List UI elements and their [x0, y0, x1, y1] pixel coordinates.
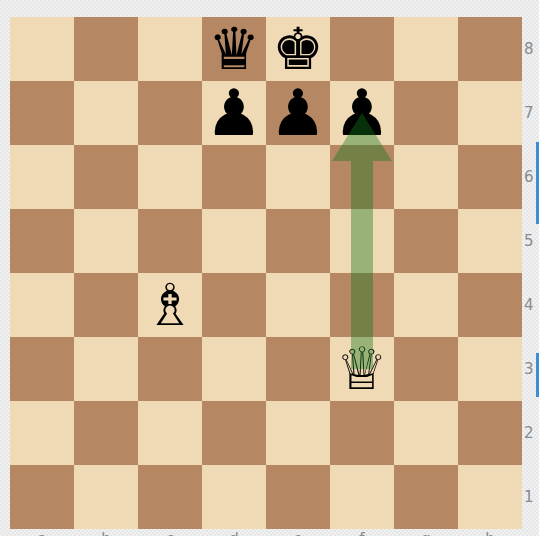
file-label-d: d	[229, 530, 239, 536]
piece-black-pawn-e7[interactable]: ♟	[266, 81, 330, 145]
square-f3[interactable]: ♕	[330, 337, 394, 401]
file-label-g: g	[421, 530, 431, 536]
file-label-b: b	[101, 530, 111, 536]
square-c6[interactable]	[138, 145, 202, 209]
square-a3[interactable]	[10, 337, 74, 401]
rank-label-7: 7	[524, 81, 538, 145]
square-e1[interactable]	[266, 465, 330, 529]
square-f7[interactable]: ♟	[330, 81, 394, 145]
square-g3[interactable]	[394, 337, 458, 401]
square-f4[interactable]	[330, 273, 394, 337]
square-a7[interactable]	[10, 81, 74, 145]
square-h1[interactable]	[458, 465, 522, 529]
square-e8[interactable]: ♚	[266, 17, 330, 81]
square-f2[interactable]	[330, 401, 394, 465]
square-e5[interactable]	[266, 209, 330, 273]
square-h8[interactable]	[458, 17, 522, 81]
file-label-h: h	[485, 530, 495, 536]
square-d1[interactable]	[202, 465, 266, 529]
square-c2[interactable]	[138, 401, 202, 465]
square-a1[interactable]	[10, 465, 74, 529]
square-g6[interactable]	[394, 145, 458, 209]
square-g1[interactable]	[394, 465, 458, 529]
square-f6[interactable]	[330, 145, 394, 209]
square-g4[interactable]	[394, 273, 458, 337]
square-c4[interactable]: ♗	[138, 273, 202, 337]
piece-white-queen-f3[interactable]: ♕	[330, 337, 394, 401]
piece-white-bishop-c4[interactable]: ♗	[138, 273, 202, 337]
square-b1[interactable]	[74, 465, 138, 529]
square-a5[interactable]	[10, 209, 74, 273]
square-g2[interactable]	[394, 401, 458, 465]
square-c8[interactable]	[138, 17, 202, 81]
square-b2[interactable]	[74, 401, 138, 465]
rank-label-1: 1	[524, 465, 538, 529]
square-a2[interactable]	[10, 401, 74, 465]
square-e2[interactable]	[266, 401, 330, 465]
square-c3[interactable]	[138, 337, 202, 401]
square-d7[interactable]: ♟	[202, 81, 266, 145]
square-e7[interactable]: ♟	[266, 81, 330, 145]
square-a8[interactable]	[10, 17, 74, 81]
rank-label-4: 4	[524, 273, 538, 337]
square-d5[interactable]	[202, 209, 266, 273]
square-b7[interactable]	[74, 81, 138, 145]
square-b3[interactable]	[74, 337, 138, 401]
square-c1[interactable]	[138, 465, 202, 529]
square-h3[interactable]	[458, 337, 522, 401]
square-e3[interactable]	[266, 337, 330, 401]
square-d2[interactable]	[202, 401, 266, 465]
square-d4[interactable]	[202, 273, 266, 337]
square-g7[interactable]	[394, 81, 458, 145]
square-c5[interactable]	[138, 209, 202, 273]
file-label-c: c	[166, 530, 174, 536]
square-a4[interactable]	[10, 273, 74, 337]
piece-black-pawn-d7[interactable]: ♟	[202, 81, 266, 145]
chess-board[interactable]: ♛♚♟♟♟♗♕	[10, 17, 522, 529]
square-b8[interactable]	[74, 17, 138, 81]
square-b6[interactable]	[74, 145, 138, 209]
square-h4[interactable]	[458, 273, 522, 337]
piece-black-queen-d8[interactable]: ♛	[202, 17, 266, 81]
rank-label-8: 8	[524, 17, 538, 81]
square-e4[interactable]	[266, 273, 330, 337]
square-d8[interactable]: ♛	[202, 17, 266, 81]
square-c7[interactable]	[138, 81, 202, 145]
file-label-a: a	[37, 530, 46, 536]
square-f5[interactable]	[330, 209, 394, 273]
square-h5[interactable]	[458, 209, 522, 273]
square-a6[interactable]	[10, 145, 74, 209]
square-h2[interactable]	[458, 401, 522, 465]
square-d3[interactable]	[202, 337, 266, 401]
square-f8[interactable]	[330, 17, 394, 81]
piece-black-pawn-f7[interactable]: ♟	[330, 81, 394, 145]
square-e6[interactable]	[266, 145, 330, 209]
square-b5[interactable]	[74, 209, 138, 273]
square-f1[interactable]	[330, 465, 394, 529]
file-label-e: e	[293, 530, 302, 536]
page: ♛♚♟♟♟♗♕ 87654321 abcdefgh	[0, 0, 539, 536]
rank-label-2: 2	[524, 401, 538, 465]
square-g8[interactable]	[394, 17, 458, 81]
piece-black-king-e8[interactable]: ♚	[266, 17, 330, 81]
square-d6[interactable]	[202, 145, 266, 209]
square-g5[interactable]	[394, 209, 458, 273]
square-b4[interactable]	[74, 273, 138, 337]
file-label-f: f	[359, 530, 364, 536]
square-h7[interactable]	[458, 81, 522, 145]
square-h6[interactable]	[458, 145, 522, 209]
